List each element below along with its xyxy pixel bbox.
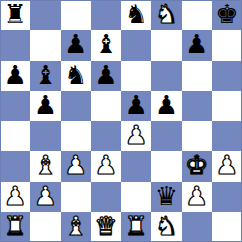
square-h2[interactable] bbox=[212, 182, 242, 212]
square-a6[interactable]: ♟ bbox=[0, 61, 30, 91]
square-d6[interactable]: ♟ bbox=[91, 61, 121, 91]
square-b8[interactable] bbox=[30, 0, 60, 30]
square-a2[interactable]: ♟ bbox=[0, 182, 30, 212]
piece-black-pawn[interactable]: ♟ bbox=[94, 62, 117, 88]
square-c3[interactable]: ♟ bbox=[61, 151, 91, 181]
square-d8[interactable] bbox=[91, 0, 121, 30]
square-h1[interactable] bbox=[212, 212, 242, 242]
piece-white-pawn[interactable]: ♟ bbox=[215, 152, 238, 178]
square-d1[interactable]: ♛ bbox=[91, 212, 121, 242]
piece-black-pawn[interactable]: ♟ bbox=[64, 31, 87, 57]
square-b4[interactable] bbox=[30, 121, 60, 151]
square-c8[interactable] bbox=[61, 0, 91, 30]
square-f6[interactable] bbox=[151, 61, 181, 91]
square-g5[interactable] bbox=[182, 91, 212, 121]
square-c6[interactable]: ♞ bbox=[61, 61, 91, 91]
square-a8[interactable]: ♜ bbox=[0, 0, 30, 30]
piece-white-king[interactable]: ♚ bbox=[185, 152, 208, 178]
piece-white-pawn[interactable]: ♟ bbox=[94, 152, 117, 178]
square-h8[interactable]: ♚ bbox=[212, 0, 242, 30]
piece-white-knight[interactable]: ♞ bbox=[155, 213, 178, 239]
square-g1[interactable] bbox=[182, 212, 212, 242]
piece-black-bishop[interactable]: ♝ bbox=[34, 62, 57, 88]
square-a5[interactable] bbox=[0, 91, 30, 121]
piece-black-knight[interactable]: ♞ bbox=[124, 1, 147, 27]
square-b1[interactable] bbox=[30, 212, 60, 242]
piece-black-queen[interactable]: ♛ bbox=[155, 183, 178, 209]
piece-black-pawn[interactable]: ♟ bbox=[34, 92, 57, 118]
square-f7[interactable] bbox=[151, 30, 181, 60]
square-g7[interactable]: ♟ bbox=[182, 30, 212, 60]
piece-black-king[interactable]: ♚ bbox=[215, 1, 238, 27]
square-d7[interactable]: ♝ bbox=[91, 30, 121, 60]
square-c4[interactable] bbox=[61, 121, 91, 151]
piece-white-pawn[interactable]: ♟ bbox=[3, 183, 26, 209]
square-b5[interactable]: ♟ bbox=[30, 91, 60, 121]
piece-black-pawn[interactable]: ♟ bbox=[3, 62, 26, 88]
square-f4[interactable] bbox=[151, 121, 181, 151]
square-f8[interactable]: ♞ bbox=[151, 0, 181, 30]
square-a4[interactable] bbox=[0, 121, 30, 151]
square-a7[interactable] bbox=[0, 30, 30, 60]
square-g3[interactable]: ♚ bbox=[182, 151, 212, 181]
square-g2[interactable]: ♟ bbox=[182, 182, 212, 212]
square-b2[interactable]: ♟ bbox=[30, 182, 60, 212]
piece-white-knight[interactable]: ♞ bbox=[155, 1, 178, 27]
square-h3[interactable]: ♟ bbox=[212, 151, 242, 181]
piece-white-pawn[interactable]: ♟ bbox=[124, 122, 147, 148]
piece-white-pawn[interactable]: ♟ bbox=[34, 183, 57, 209]
square-h4[interactable] bbox=[212, 121, 242, 151]
square-g8[interactable] bbox=[182, 0, 212, 30]
piece-black-knight[interactable]: ♞ bbox=[64, 62, 87, 88]
piece-white-rook[interactable]: ♜ bbox=[124, 213, 147, 239]
square-d3[interactable]: ♟ bbox=[91, 151, 121, 181]
square-e7[interactable] bbox=[121, 30, 151, 60]
square-e8[interactable]: ♞ bbox=[121, 0, 151, 30]
square-d2[interactable] bbox=[91, 182, 121, 212]
square-a1[interactable]: ♜ bbox=[0, 212, 30, 242]
square-d4[interactable] bbox=[91, 121, 121, 151]
square-f3[interactable] bbox=[151, 151, 181, 181]
square-e5[interactable]: ♟ bbox=[121, 91, 151, 121]
square-c5[interactable] bbox=[61, 91, 91, 121]
square-b3[interactable]: ♝ bbox=[30, 151, 60, 181]
square-e2[interactable] bbox=[121, 182, 151, 212]
square-e4[interactable]: ♟ bbox=[121, 121, 151, 151]
square-b6[interactable]: ♝ bbox=[30, 61, 60, 91]
piece-white-bishop[interactable]: ♝ bbox=[34, 152, 57, 178]
piece-black-bishop[interactable]: ♝ bbox=[94, 31, 117, 57]
square-h5[interactable] bbox=[212, 91, 242, 121]
square-h7[interactable] bbox=[212, 30, 242, 60]
square-f2[interactable]: ♛ bbox=[151, 182, 181, 212]
square-h6[interactable] bbox=[212, 61, 242, 91]
piece-black-pawn[interactable]: ♟ bbox=[185, 31, 208, 57]
square-e1[interactable]: ♜ bbox=[121, 212, 151, 242]
piece-black-pawn[interactable]: ♟ bbox=[124, 92, 147, 118]
piece-white-bishop[interactable]: ♝ bbox=[64, 213, 87, 239]
square-g4[interactable] bbox=[182, 121, 212, 151]
piece-white-pawn[interactable]: ♟ bbox=[185, 183, 208, 209]
square-c2[interactable] bbox=[61, 182, 91, 212]
square-e3[interactable] bbox=[121, 151, 151, 181]
square-c1[interactable]: ♝ bbox=[61, 212, 91, 242]
piece-white-pawn[interactable]: ♟ bbox=[64, 152, 87, 178]
chess-board: ♜♞♞♚♟♝♟♟♝♞♟♟♟♟♟♝♟♟♚♟♟♟♛♟♜♝♛♜♞ bbox=[0, 0, 242, 242]
piece-white-rook[interactable]: ♜ bbox=[3, 213, 26, 239]
square-f1[interactable]: ♞ bbox=[151, 212, 181, 242]
square-d5[interactable] bbox=[91, 91, 121, 121]
square-a3[interactable] bbox=[0, 151, 30, 181]
square-e6[interactable] bbox=[121, 61, 151, 91]
square-g6[interactable] bbox=[182, 61, 212, 91]
piece-white-queen[interactable]: ♛ bbox=[94, 213, 117, 239]
square-c7[interactable]: ♟ bbox=[61, 30, 91, 60]
square-b7[interactable] bbox=[30, 30, 60, 60]
square-f5[interactable]: ♟ bbox=[151, 91, 181, 121]
piece-black-rook[interactable]: ♜ bbox=[3, 1, 26, 27]
piece-black-pawn[interactable]: ♟ bbox=[155, 92, 178, 118]
